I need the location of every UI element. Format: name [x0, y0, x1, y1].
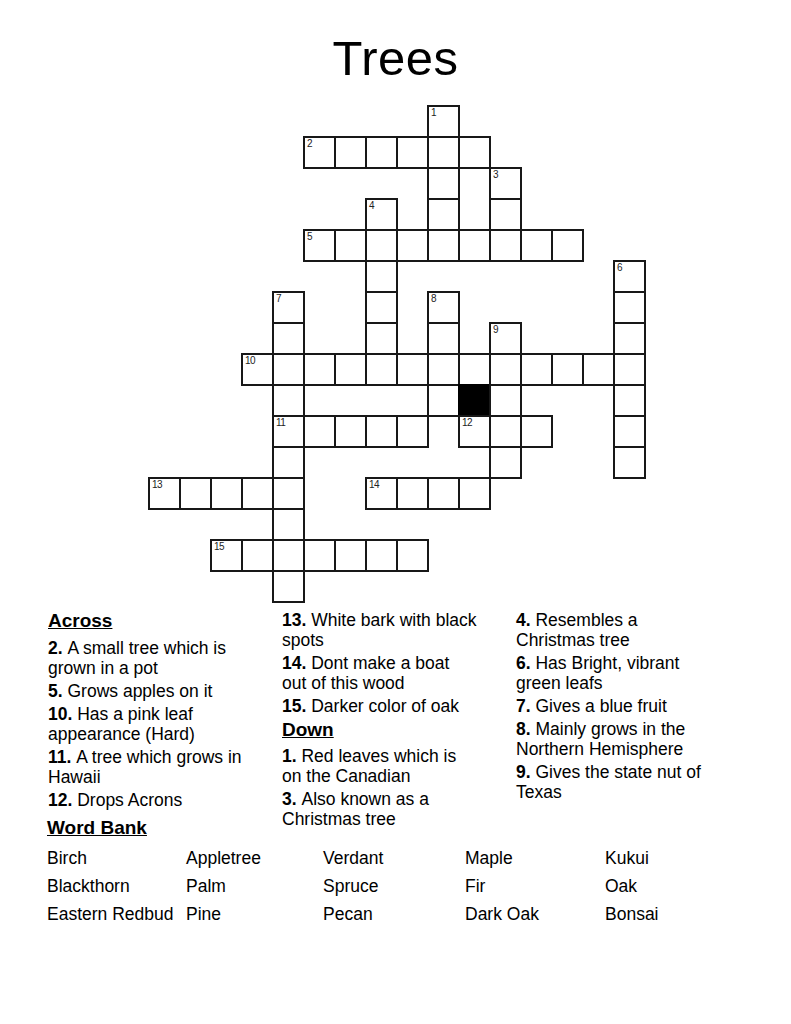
cell-number-1: 1	[431, 107, 436, 118]
grid-cell-r4c11[interactable]	[489, 229, 522, 262]
clue-number: 3.	[282, 789, 297, 809]
cell-number-14: 14	[369, 479, 379, 490]
grid-cell-r8c8[interactable]	[396, 353, 429, 386]
grid-cell-r8c15[interactable]	[613, 353, 646, 386]
word-bank-word: Spruce	[323, 876, 465, 896]
cell-number-6: 6	[617, 262, 622, 273]
grid-cell-r6c9[interactable]: 8	[427, 291, 460, 324]
clue-across-2: 2. A small tree which is grown in a pot	[48, 638, 244, 678]
clues-column-right: 4. Resembles a Christmas tree6. Has Brig…	[516, 610, 708, 805]
grid-cell-r8c5[interactable]	[303, 353, 336, 386]
grid-cell-r4c6[interactable]	[334, 229, 367, 262]
word-bank-word: Kukui	[605, 848, 747, 868]
grid-cell-r6c15[interactable]	[613, 291, 646, 324]
clue-across-11: 11. A tree which grows in Hawaii	[48, 747, 244, 787]
clue-text: Grows apples on it	[63, 681, 213, 701]
grid-cell-r15c4[interactable]	[272, 570, 305, 603]
grid-cell-r8c7[interactable]	[365, 353, 398, 386]
grid-cell-r0c9[interactable]: 1	[427, 105, 460, 138]
clue-down-7: 7. Gives a blue fruit	[516, 696, 708, 716]
grid-cell-r4c7[interactable]	[365, 229, 398, 262]
grid-cell-r2c11[interactable]: 3	[489, 167, 522, 200]
grid-cell-r10c10[interactable]: 12	[458, 415, 491, 448]
word-bank-word: Appletree	[186, 848, 323, 868]
grid-cell-r4c9[interactable]	[427, 229, 460, 262]
grid-cell-r14c2[interactable]: 15	[210, 539, 243, 572]
clue-text: Drops Acrons	[72, 790, 182, 810]
clue-text: Mainly grows in the Northern Hemisphere	[516, 719, 685, 759]
grid-cell-r14c3[interactable]	[241, 539, 274, 572]
clue-number: 2.	[48, 638, 63, 658]
clue-number: 10.	[48, 704, 72, 724]
grid-cell-r10c5[interactable]	[303, 415, 336, 448]
clue-text: A small tree which is grown in a pot	[48, 638, 226, 678]
clue-text: Gives a blue fruit	[531, 696, 667, 716]
grid-cell-r1c10[interactable]	[458, 136, 491, 169]
grid-cell-r12c4[interactable]	[272, 477, 305, 510]
grid-cell-r10c8[interactable]	[396, 415, 429, 448]
word-bank-list: BirchAppletreeVerdantMapleKukuiBlackthor…	[47, 848, 747, 924]
grid-cell-r8c10[interactable]	[458, 353, 491, 386]
grid-cell-r9c11[interactable]	[489, 384, 522, 417]
word-bank-word: Birch	[47, 848, 186, 868]
grid-cell-r10c12[interactable]	[520, 415, 553, 448]
grid-cell-r1c6[interactable]	[334, 136, 367, 169]
grid-cell-r12c0[interactable]: 13	[148, 477, 181, 510]
clue-across-13: 13. White bark with black spots	[282, 610, 478, 650]
grid-cell-r4c12[interactable]	[520, 229, 553, 262]
cell-number-4: 4	[369, 200, 374, 211]
clue-down-1: 1. Red leaves which is on the Canadian	[282, 746, 478, 786]
grid-cell-r12c1[interactable]	[179, 477, 212, 510]
grid-cell-r8c6[interactable]	[334, 353, 367, 386]
down-header: Down	[282, 719, 478, 741]
clue-text: Has Bright, vibrant green leafs	[516, 653, 679, 693]
grid-cell-r7c7[interactable]	[365, 322, 398, 355]
clue-number: 14.	[282, 653, 306, 673]
word-bank-word: Verdant	[323, 848, 465, 868]
grid-cell-r12c9[interactable]	[427, 477, 460, 510]
word-bank-word: Dark Oak	[465, 904, 605, 924]
grid-cell-r4c10[interactable]	[458, 229, 491, 262]
grid-cell-r8c12[interactable]	[520, 353, 553, 386]
grid-cell-r11c4[interactable]	[272, 446, 305, 479]
grid-cell-r14c5[interactable]	[303, 539, 336, 572]
clue-number: 5.	[48, 681, 63, 701]
grid-cell-r7c11[interactable]: 9	[489, 322, 522, 355]
crossword-grid: 123456789101112131415	[148, 105, 646, 603]
clues-column-middle: 13. White bark with black spots14. Dont …	[282, 610, 478, 832]
clue-number: 7.	[516, 696, 531, 716]
clue-text: A tree which grows in Hawaii	[48, 747, 242, 787]
cell-number-2: 2	[307, 138, 312, 149]
grid-cell-r10c6[interactable]	[334, 415, 367, 448]
clue-text: Red leaves which is on the Canadian	[282, 746, 456, 786]
clue-across-12: 12. Drops Acrons	[48, 790, 244, 810]
grid-cell-r9c4[interactable]	[272, 384, 305, 417]
clue-text: White bark with black spots	[282, 610, 477, 650]
clue-text: Darker color of oak	[306, 696, 459, 716]
cell-number-3: 3	[493, 169, 498, 180]
word-bank-header: Word Bank	[47, 817, 747, 839]
clue-number: 12.	[48, 790, 72, 810]
grid-cell-r10c11[interactable]	[489, 415, 522, 448]
word-bank-word: Maple	[465, 848, 605, 868]
grid-cell-r14c6[interactable]	[334, 539, 367, 572]
grid-cell-r9c15[interactable]	[613, 384, 646, 417]
grid-cell-r11c11[interactable]	[489, 446, 522, 479]
cell-number-13: 13	[152, 479, 162, 490]
grid-cell-r14c4[interactable]	[272, 539, 305, 572]
grid-cell-r14c7[interactable]	[365, 539, 398, 572]
grid-cell-r1c7[interactable]	[365, 136, 398, 169]
grid-cell-r12c8[interactable]	[396, 477, 429, 510]
word-bank-word: Pine	[186, 904, 323, 924]
cell-number-9: 9	[493, 324, 498, 335]
grid-cell-r3c9[interactable]	[427, 198, 460, 231]
clue-down-6: 6. Has Bright, vibrant green leafs	[516, 653, 708, 693]
word-bank-word: Blackthorn	[47, 876, 186, 896]
grid-cell-r12c10[interactable]	[458, 477, 491, 510]
grid-cell-r4c13[interactable]	[551, 229, 584, 262]
grid-cell-r10c7[interactable]	[365, 415, 398, 448]
grid-cell-r3c11[interactable]	[489, 198, 522, 231]
grid-cell-r12c2[interactable]	[210, 477, 243, 510]
grid-cell-r2c9[interactable]	[427, 167, 460, 200]
grid-cell-r4c8[interactable]	[396, 229, 429, 262]
cell-number-10: 10	[245, 355, 255, 366]
grid-cell-r7c9[interactable]	[427, 322, 460, 355]
cell-number-12: 12	[462, 417, 472, 428]
grid-cell-r1c5[interactable]: 2	[303, 136, 336, 169]
clue-number: 4.	[516, 610, 531, 630]
grid-cell-r7c15[interactable]	[613, 322, 646, 355]
puzzle-title: Trees	[0, 30, 791, 86]
grid-cell-r8c11[interactable]	[489, 353, 522, 386]
clue-text: Resembles a Christmas tree	[516, 610, 638, 650]
clue-number: 11.	[48, 747, 71, 767]
grid-cell-r8c13[interactable]	[551, 353, 584, 386]
clue-down-9: 9. Gives the state nut of Texas	[516, 762, 708, 802]
grid-cell-r8c14[interactable]	[582, 353, 615, 386]
grid-cell-r12c7[interactable]: 14	[365, 477, 398, 510]
across-clues-list: 2. A small tree which is grown in a pot5…	[48, 638, 244, 810]
grid-cell-r6c7[interactable]	[365, 291, 398, 324]
grid-cell-r13c4[interactable]	[272, 508, 305, 541]
grid-cell-r8c4[interactable]	[272, 353, 305, 386]
grid-cell-r9c9[interactable]	[427, 384, 460, 417]
word-bank-section: Word Bank BirchAppletreeVerdantMapleKuku…	[47, 817, 747, 924]
grid-cell-r5c15[interactable]: 6	[613, 260, 646, 293]
black-cell	[458, 384, 491, 417]
clue-across-10: 10. Has a pink leaf appearance (Hard)	[48, 704, 244, 744]
clue-across-15: 15. Darker color of oak	[282, 696, 478, 716]
clue-text: Dont make a boat out of this wood	[282, 653, 449, 693]
grid-cell-r3c7[interactable]: 4	[365, 198, 398, 231]
grid-cell-r11c15[interactable]	[613, 446, 646, 479]
word-bank-word: Pecan	[323, 904, 465, 924]
clue-number: 8.	[516, 719, 531, 739]
across-header: Across	[48, 610, 244, 632]
grid-cell-r6c4[interactable]: 7	[272, 291, 305, 324]
cell-number-11: 11	[276, 417, 285, 428]
grid-cell-r14c8[interactable]	[396, 539, 429, 572]
clue-number: 9.	[516, 762, 531, 782]
clue-down-8: 8. Mainly grows in the Northern Hemisphe…	[516, 719, 708, 759]
clue-text: Gives the state nut of Texas	[516, 762, 701, 802]
clue-across-14: 14. Dont make a boat out of this wood	[282, 653, 478, 693]
grid-cell-r4c5[interactable]: 5	[303, 229, 336, 262]
clue-number: 13.	[282, 610, 306, 630]
word-bank-word: Oak	[605, 876, 747, 896]
grid-cell-r12c3[interactable]	[241, 477, 274, 510]
grid-cell-r7c4[interactable]	[272, 322, 305, 355]
word-bank-word: Bonsai	[605, 904, 747, 924]
across-clues-list-2: 13. White bark with black spots14. Dont …	[282, 610, 478, 716]
grid-cell-r1c9[interactable]	[427, 136, 460, 169]
clue-number: 1.	[282, 746, 297, 766]
down-clues-list-2: 4. Resembles a Christmas tree6. Has Brig…	[516, 610, 708, 802]
clue-down-4: 4. Resembles a Christmas tree	[516, 610, 708, 650]
cell-number-7: 7	[276, 293, 281, 304]
grid-cell-r1c8[interactable]	[396, 136, 429, 169]
grid-cell-r10c4[interactable]: 11	[272, 415, 305, 448]
grid-cell-r10c15[interactable]	[613, 415, 646, 448]
clues-column-left: Across 2. A small tree which is grown in…	[48, 610, 244, 813]
word-bank-word: Fir	[465, 876, 605, 896]
clue-number: 15.	[282, 696, 306, 716]
word-bank-word: Palm	[186, 876, 323, 896]
cell-number-5: 5	[307, 231, 312, 242]
grid-cell-r8c3[interactable]: 10	[241, 353, 274, 386]
word-bank-word: Eastern Redbud	[47, 904, 186, 924]
grid-cell-r5c7[interactable]	[365, 260, 398, 293]
cell-number-8: 8	[431, 293, 436, 304]
clue-number: 6.	[516, 653, 531, 673]
clue-across-5: 5. Grows apples on it	[48, 681, 244, 701]
grid-cell-r8c9[interactable]	[427, 353, 460, 386]
cell-number-15: 15	[214, 541, 224, 552]
